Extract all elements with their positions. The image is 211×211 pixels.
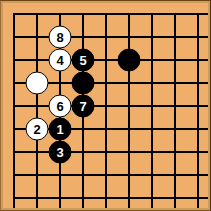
grid-line-horizontal — [13, 197, 208, 199]
grid-line-vertical — [151, 13, 153, 208]
stone-white — [26, 72, 49, 95]
stone-move-number: 5 — [79, 54, 86, 67]
stone-move-number: 6 — [56, 100, 63, 113]
stone-move-number: 8 — [56, 31, 63, 44]
grid-line-horizontal — [13, 174, 208, 176]
go-diagram-frame: 84567213 — [0, 0, 211, 211]
stone-move-number: 4 — [56, 54, 63, 67]
stone-move-number: 2 — [33, 123, 40, 136]
grid-line-horizontal — [13, 105, 208, 107]
grid-line-horizontal — [13, 151, 208, 153]
grid-line-horizontal — [13, 59, 208, 61]
stone-white-move-8: 8 — [49, 26, 72, 49]
stone-move-number: 3 — [56, 146, 63, 159]
stone-white-move-4: 4 — [49, 49, 72, 72]
stone-black — [118, 49, 141, 72]
grid-line-vertical — [128, 13, 130, 208]
grid-line-vertical — [105, 13, 107, 208]
stone-move-number: 1 — [56, 123, 63, 136]
grid-line-vertical — [13, 13, 15, 208]
grid-line-vertical — [36, 13, 38, 208]
stone-black-move-5: 5 — [72, 49, 95, 72]
grid-line-horizontal — [13, 13, 208, 15]
stone-black-move-7: 7 — [72, 95, 95, 118]
stone-move-number: 7 — [79, 100, 86, 113]
stone-black — [72, 72, 95, 95]
stone-black-move-1: 1 — [49, 118, 72, 141]
stone-black-move-3: 3 — [49, 141, 72, 164]
grid-line-vertical — [197, 13, 199, 208]
grid-line-horizontal — [13, 36, 208, 38]
go-board: 84567213 — [3, 3, 208, 208]
stone-white-move-6: 6 — [49, 95, 72, 118]
grid-line-vertical — [174, 13, 176, 208]
stone-white-move-2: 2 — [26, 118, 49, 141]
